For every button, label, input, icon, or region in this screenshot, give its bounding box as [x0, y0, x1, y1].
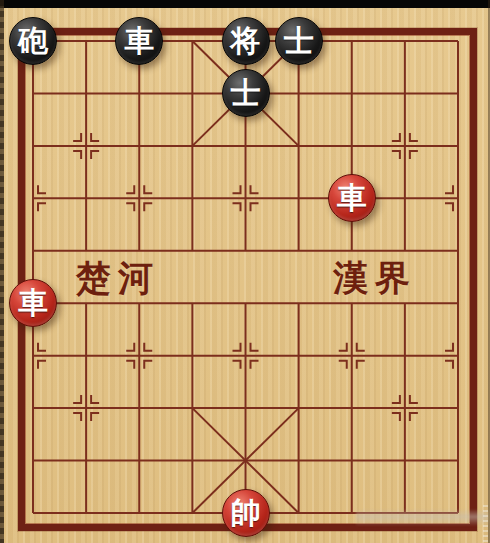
piece-red-general[interactable]: 帥: [222, 489, 270, 537]
piece-black-chariot[interactable]: 車: [115, 17, 163, 65]
piece-glyph: 車: [337, 183, 367, 213]
piece-black-general[interactable]: 将: [222, 17, 270, 65]
piece-glyph: 車: [124, 26, 154, 56]
piece-glyph: 砲: [18, 26, 48, 56]
piece-black-advisor[interactable]: 士: [222, 69, 270, 117]
piece-glyph: 士: [231, 78, 261, 108]
river-label-han-jie: 漢界: [333, 255, 417, 302]
piece-red-chariot[interactable]: 車: [9, 279, 57, 327]
piece-glyph: 将: [231, 26, 261, 56]
piece-black-cannon[interactable]: 砲: [9, 17, 57, 65]
river-label-chu-he: 楚河: [76, 255, 160, 302]
watermark-text-remnant: [483, 505, 488, 542]
piece-glyph: 帥: [231, 498, 261, 528]
piece-glyph: 車: [18, 288, 48, 318]
piece-black-advisor[interactable]: 士: [275, 17, 323, 65]
piece-glyph: 士: [284, 26, 314, 56]
watermark-smudge: [356, 509, 488, 526]
piece-red-chariot[interactable]: 車: [328, 174, 376, 222]
xiangqi-board[interactable]: 楚河 漢界 砲車将士士車車帥: [0, 0, 490, 543]
